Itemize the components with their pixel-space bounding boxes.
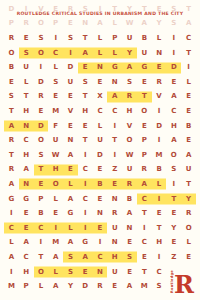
word-search-cell: S bbox=[152, 279, 167, 294]
grid-letter: I bbox=[173, 181, 176, 188]
word-search-cell: E bbox=[19, 206, 34, 221]
word-search-cell: U bbox=[122, 31, 137, 46]
grid-letter: L bbox=[24, 79, 28, 86]
grid-letter: E bbox=[171, 239, 176, 246]
grid-letter: E bbox=[98, 79, 103, 86]
grid-letter: E bbox=[24, 225, 29, 232]
word-search-cell: V bbox=[152, 90, 167, 105]
grid-letter: B bbox=[127, 196, 132, 203]
word-search-cell: B bbox=[34, 206, 49, 221]
word-search-cell: B bbox=[122, 192, 137, 207]
grid-letter: R bbox=[127, 93, 132, 100]
grid-letter: G bbox=[82, 239, 88, 246]
grid-letter: E bbox=[142, 254, 147, 261]
grid-letter: L bbox=[157, 35, 161, 42]
grid-letter: I bbox=[84, 152, 87, 159]
grid-letter: A bbox=[9, 254, 14, 261]
grid-letter: T bbox=[24, 93, 29, 100]
grid-letter: P bbox=[53, 20, 58, 27]
grid-letter: D bbox=[171, 64, 177, 71]
grid-letter: I bbox=[10, 269, 13, 276]
grid-letter: A bbox=[23, 166, 28, 173]
word-search-cell: L bbox=[34, 279, 49, 294]
grid-letter: E bbox=[98, 166, 103, 173]
word-search-cell: I bbox=[34, 236, 49, 251]
word-search-cell: E bbox=[152, 60, 167, 75]
word-search-cell: W bbox=[48, 148, 63, 163]
grid-letter: L bbox=[53, 196, 57, 203]
word-search-cell: I bbox=[78, 206, 93, 221]
grid-letter: I bbox=[84, 181, 87, 188]
word-search-cell: T bbox=[4, 104, 19, 119]
grid-letter: M bbox=[52, 108, 59, 115]
grid-letter: A bbox=[142, 181, 147, 188]
word-search-cell: G bbox=[4, 192, 19, 207]
grid-letter: O bbox=[53, 181, 59, 188]
word-search-cell: N bbox=[152, 46, 167, 61]
word-search-cell: H bbox=[19, 104, 34, 119]
word-search-cell: E bbox=[181, 90, 196, 105]
word-search-cell: C bbox=[152, 265, 167, 280]
word-search-cell: S bbox=[4, 90, 19, 105]
grid-letter: E bbox=[186, 137, 191, 144]
word-search-cell: I bbox=[107, 119, 122, 134]
grid-letter: A bbox=[83, 254, 88, 261]
grid-letter: B bbox=[186, 123, 191, 130]
word-search-cell: R bbox=[107, 206, 122, 221]
word-search-cell: S bbox=[34, 148, 49, 163]
grid-letter: P bbox=[38, 196, 43, 203]
grid-letter: I bbox=[40, 239, 43, 246]
word-search-cell: T bbox=[181, 46, 196, 61]
word-search-cell: E bbox=[122, 265, 137, 280]
grid-letter: Z bbox=[112, 166, 117, 173]
word-search-cell: N bbox=[107, 75, 122, 90]
grid-letter: G bbox=[9, 196, 15, 203]
word-search-cell: N bbox=[93, 206, 108, 221]
grid-letter: E bbox=[68, 166, 73, 173]
word-search-cell: E bbox=[63, 119, 78, 134]
word-search-cell: H bbox=[122, 104, 137, 119]
grid-letter: E bbox=[24, 35, 29, 42]
word-search-cell: L bbox=[152, 177, 167, 192]
grid-letter: S bbox=[157, 283, 162, 290]
word-search-cell: C bbox=[19, 133, 34, 148]
word-search-cell: I bbox=[63, 46, 78, 61]
word-search-cell: E bbox=[93, 192, 108, 207]
word-search-cell: E bbox=[152, 206, 167, 221]
word-search-cell: O bbox=[181, 221, 196, 236]
grid-letter: A bbox=[9, 123, 14, 130]
word-search-cell: E bbox=[93, 75, 108, 90]
word-search-cell: A bbox=[181, 17, 196, 32]
word-search-cell: E bbox=[48, 90, 63, 105]
word-search-cell: M bbox=[48, 104, 63, 119]
word-search-cell: C bbox=[4, 221, 19, 236]
grid-letter: N bbox=[127, 225, 133, 232]
word-search-cell: L bbox=[63, 221, 78, 236]
word-search-cell: E bbox=[63, 90, 78, 105]
word-search-cell: E bbox=[78, 119, 93, 134]
grid-letter: C bbox=[53, 50, 58, 57]
grid-letter: R bbox=[23, 20, 28, 27]
grid-letter: E bbox=[171, 79, 176, 86]
word-search-cell: A bbox=[107, 90, 122, 105]
word-search-cell: I bbox=[166, 31, 181, 46]
grid-letter: H bbox=[23, 108, 29, 115]
grid-letter: C bbox=[9, 225, 14, 232]
word-search-cell: O bbox=[122, 133, 137, 148]
word-search-cell: C bbox=[93, 104, 108, 119]
word-search-cell: H bbox=[48, 163, 63, 178]
grid-letter: C bbox=[24, 137, 29, 144]
grid-letter: E bbox=[98, 225, 103, 232]
grid-letter: I bbox=[143, 225, 146, 232]
word-search-cell: A bbox=[166, 90, 181, 105]
grid-letter: I bbox=[173, 50, 176, 57]
grid-letter: C bbox=[83, 166, 88, 173]
word-search-cell: E bbox=[181, 104, 196, 119]
word-search-cell: O bbox=[34, 265, 49, 280]
word-search-cell: A bbox=[4, 177, 19, 192]
word-search-cell: I bbox=[4, 206, 19, 221]
grid-letter: G bbox=[141, 64, 147, 71]
grid-letter: E bbox=[186, 108, 191, 115]
word-search-cell: Y bbox=[63, 279, 78, 294]
grid-letter: C bbox=[171, 108, 176, 115]
grid-letter: A bbox=[68, 196, 73, 203]
grid-letter: S bbox=[171, 166, 176, 173]
grid-letter: C bbox=[97, 254, 102, 261]
word-search-cell: C bbox=[181, 31, 196, 46]
grid-letter: S bbox=[83, 79, 88, 86]
word-search-cell: S bbox=[78, 75, 93, 90]
grid-letter: S bbox=[9, 93, 14, 100]
grid-letter: O bbox=[38, 20, 44, 27]
word-search-cell: S bbox=[122, 75, 137, 90]
grid-letter: T bbox=[142, 269, 147, 276]
word-search-cell: N bbox=[122, 221, 137, 236]
word-search-cell: R bbox=[19, 17, 34, 32]
word-search-cell: L bbox=[93, 31, 108, 46]
word-search-cell: Z bbox=[107, 163, 122, 178]
grid-letter: R bbox=[127, 181, 132, 188]
grid-letter: E bbox=[127, 239, 132, 246]
grid-letter: T bbox=[83, 93, 88, 100]
grid-letter: T bbox=[39, 166, 44, 173]
word-search-cell: I bbox=[48, 31, 63, 46]
word-search-cell: D bbox=[152, 119, 167, 134]
word-search-cell: E bbox=[107, 279, 122, 294]
grid-letter: C bbox=[157, 269, 162, 276]
grid-letter: A bbox=[9, 181, 14, 188]
grid-letter: S bbox=[171, 20, 176, 27]
grid-letter: I bbox=[158, 108, 161, 115]
grid-letter: Y bbox=[127, 50, 132, 57]
word-search-cell: H bbox=[166, 119, 181, 134]
grid-letter: E bbox=[83, 64, 88, 71]
grid-letter: U bbox=[97, 137, 103, 144]
word-search-cell: A bbox=[93, 17, 108, 32]
grid-letter: S bbox=[24, 50, 29, 57]
word-search-cell: G bbox=[63, 206, 78, 221]
word-search-cell: G bbox=[19, 192, 34, 207]
grid-letter: P bbox=[142, 152, 147, 159]
grid-letter: S bbox=[68, 254, 73, 261]
word-search-cell: A bbox=[181, 148, 196, 163]
word-search-cell: M bbox=[4, 279, 19, 294]
word-search-cell: E bbox=[4, 75, 19, 90]
grid-letter: G bbox=[23, 196, 29, 203]
word-search-cell: W bbox=[122, 148, 137, 163]
word-search-cell: N bbox=[63, 133, 78, 148]
routledge-logo: Routledge R bbox=[168, 269, 195, 296]
word-search-cell: T bbox=[166, 192, 181, 207]
grid-letter: G bbox=[112, 64, 118, 71]
grid-letter: N bbox=[23, 181, 29, 188]
grid-letter: P bbox=[9, 20, 14, 27]
grid-letter: N bbox=[97, 269, 103, 276]
grid-letter: E bbox=[157, 64, 162, 71]
grid-letter: S bbox=[68, 269, 73, 276]
word-search-cell: N bbox=[107, 192, 122, 207]
grid-letter: S bbox=[68, 35, 73, 42]
grid-letter: T bbox=[186, 181, 191, 188]
grid-letter: O bbox=[38, 50, 44, 57]
word-search-cell: I bbox=[78, 148, 93, 163]
word-search-cell: E bbox=[181, 133, 196, 148]
grid-letter: O bbox=[8, 50, 14, 57]
word-search-cell: Y bbox=[181, 192, 196, 207]
grid-letter: A bbox=[112, 93, 117, 100]
grid-letter: U bbox=[68, 79, 74, 86]
grid-letter: U bbox=[141, 50, 147, 57]
word-search-cell: F bbox=[48, 119, 63, 134]
grid-letter: U bbox=[127, 35, 133, 42]
word-search-cell: E bbox=[78, 265, 93, 280]
grid-letter: A bbox=[53, 283, 58, 290]
word-search-cell: G bbox=[78, 236, 93, 251]
word-search-cell: U bbox=[48, 133, 63, 148]
grid-letter: M bbox=[8, 283, 15, 290]
grid-letter: B bbox=[9, 64, 14, 71]
grid-letter: H bbox=[23, 152, 29, 159]
word-search-cell: H bbox=[78, 104, 93, 119]
word-search-cell: Y bbox=[166, 221, 181, 236]
word-search-cell: S bbox=[19, 46, 34, 61]
word-search-cell: L bbox=[48, 265, 63, 280]
routledge-logo-text: Routledge bbox=[170, 270, 174, 293]
grid-letter: S bbox=[53, 79, 58, 86]
word-search-cell: P bbox=[34, 192, 49, 207]
grid-letter: L bbox=[68, 181, 72, 188]
word-search-cell: H bbox=[107, 250, 122, 265]
word-search-cell: H bbox=[19, 265, 34, 280]
grid-letter: L bbox=[186, 79, 190, 86]
grid-letter: A bbox=[142, 20, 147, 27]
grid-letter: T bbox=[186, 50, 191, 57]
word-search-cell: S bbox=[63, 31, 78, 46]
word-search-cell: R bbox=[4, 163, 19, 178]
word-search-cell: A bbox=[78, 46, 93, 61]
word-search-cell: I bbox=[78, 177, 93, 192]
word-search-cell: R bbox=[122, 90, 137, 105]
word-search-cell: R bbox=[34, 90, 49, 105]
word-search-cell: I bbox=[152, 104, 167, 119]
grid-letter: I bbox=[40, 64, 43, 71]
grid-letter: E bbox=[83, 123, 88, 130]
grid-letter: V bbox=[156, 93, 161, 100]
word-search-cell: L bbox=[19, 75, 34, 90]
word-search-cell: U bbox=[107, 265, 122, 280]
grid-letter: I bbox=[158, 137, 161, 144]
word-search-cell: B bbox=[137, 31, 152, 46]
word-search-cell: A bbox=[78, 250, 93, 265]
grid-letter: P bbox=[24, 283, 29, 290]
grid-letter: N bbox=[156, 50, 162, 57]
word-search-grid: DIVERSITYTESTPROPENALWAYSARESISTLPUBLICO… bbox=[4, 2, 196, 294]
word-search-cell: U bbox=[93, 133, 108, 148]
grid-letter: I bbox=[187, 64, 190, 71]
grid-letter: S bbox=[38, 152, 43, 159]
word-search-cell: M bbox=[152, 148, 167, 163]
word-search-cell: V bbox=[122, 119, 137, 134]
grid-letter: P bbox=[112, 35, 117, 42]
grid-letter: T bbox=[83, 137, 88, 144]
grid-letter: A bbox=[23, 239, 28, 246]
word-search-cell: L bbox=[93, 119, 108, 134]
word-search-cell: U bbox=[63, 75, 78, 90]
word-search-cell: C bbox=[107, 104, 122, 119]
word-search-cell: N bbox=[19, 119, 34, 134]
word-search-cell: C bbox=[137, 236, 152, 251]
grid-letter: R bbox=[9, 166, 14, 173]
grid-letter: I bbox=[54, 35, 57, 42]
grid-letter: E bbox=[24, 210, 29, 217]
word-search-cell: T bbox=[137, 90, 152, 105]
grid-letter: C bbox=[112, 108, 117, 115]
grid-letter: A bbox=[68, 239, 73, 246]
grid-letter: H bbox=[82, 108, 88, 115]
word-search-cell: A bbox=[137, 177, 152, 192]
word-search-cell: C bbox=[78, 192, 93, 207]
word-search-cell: E bbox=[181, 250, 196, 265]
grid-letter: U bbox=[127, 166, 133, 173]
word-search-cell: P bbox=[107, 31, 122, 46]
word-search-cell: C bbox=[34, 221, 49, 236]
grid-letter: L bbox=[98, 123, 102, 130]
word-search-cell: V bbox=[63, 104, 78, 119]
word-search-cell: N bbox=[93, 60, 108, 75]
word-search-cell: T bbox=[137, 265, 152, 280]
word-search-cell: T bbox=[34, 250, 49, 265]
word-search-cell: I bbox=[137, 221, 152, 236]
word-search-cell: S bbox=[166, 163, 181, 178]
word-search-cell: R bbox=[181, 206, 196, 221]
word-search-cell: L bbox=[93, 46, 108, 61]
word-search-cell: T bbox=[4, 148, 19, 163]
word-search-cell: A bbox=[19, 236, 34, 251]
grid-letter: U bbox=[112, 269, 118, 276]
word-search-cell: L bbox=[107, 46, 122, 61]
grid-letter: B bbox=[156, 166, 161, 173]
grid-letter: O bbox=[186, 225, 192, 232]
word-search-cell: E bbox=[78, 60, 93, 75]
word-search-cell: R bbox=[93, 279, 108, 294]
word-search-cell: O bbox=[137, 104, 152, 119]
grid-letter: A bbox=[53, 254, 58, 261]
grid-letter: N bbox=[68, 137, 74, 144]
word-search-cell: L bbox=[181, 75, 196, 90]
word-search-cell: W bbox=[122, 17, 137, 32]
word-search-cell: E bbox=[48, 206, 63, 221]
word-search-cell: L bbox=[152, 31, 167, 46]
word-search-cell: G bbox=[107, 60, 122, 75]
grid-letter: T bbox=[39, 254, 44, 261]
grid-letter: D bbox=[82, 283, 88, 290]
grid-letter: I bbox=[158, 196, 161, 203]
grid-letter: E bbox=[127, 269, 132, 276]
grid-letter: E bbox=[98, 196, 103, 203]
word-search-cell: R bbox=[152, 75, 167, 90]
grid-letter: L bbox=[53, 269, 57, 276]
grid-letter: R bbox=[142, 166, 147, 173]
word-search-cell: N bbox=[107, 236, 122, 251]
word-search-cell: S bbox=[166, 17, 181, 32]
grid-letter: E bbox=[68, 123, 73, 130]
grid-letter: W bbox=[126, 20, 134, 27]
grid-letter: C bbox=[97, 108, 102, 115]
word-search-cell: T bbox=[107, 133, 122, 148]
word-search-cell: I bbox=[166, 177, 181, 192]
word-search-cell: L bbox=[63, 177, 78, 192]
grid-letter: E bbox=[68, 93, 73, 100]
grid-letter: C bbox=[142, 196, 147, 203]
grid-letter: Y bbox=[171, 225, 176, 232]
grid-letter: R bbox=[97, 283, 102, 290]
grid-letter: E bbox=[142, 79, 147, 86]
word-search-cell: A bbox=[63, 236, 78, 251]
grid-letter: N bbox=[23, 123, 29, 130]
grid-letter: Y bbox=[68, 283, 73, 290]
word-search-cell: T bbox=[78, 31, 93, 46]
word-search-cell: S bbox=[48, 75, 63, 90]
word-search-cell: R bbox=[4, 133, 19, 148]
word-search-cell: C bbox=[93, 250, 108, 265]
grid-letter: N bbox=[112, 239, 118, 246]
word-search-cell: E bbox=[166, 75, 181, 90]
word-search-cell: S bbox=[122, 250, 137, 265]
word-search-cell: I bbox=[152, 192, 167, 207]
grid-letter: E bbox=[39, 181, 44, 188]
word-search-cell: E bbox=[137, 119, 152, 134]
word-search-cell: Z bbox=[166, 250, 181, 265]
grid-letter: C bbox=[142, 239, 147, 246]
grid-letter: D bbox=[156, 123, 162, 130]
word-search-cell: I bbox=[181, 60, 196, 75]
word-search-cell: T bbox=[34, 163, 49, 178]
word-search-cell: O bbox=[166, 148, 181, 163]
grid-letter: I bbox=[84, 225, 87, 232]
word-search-cell: N bbox=[93, 265, 108, 280]
grid-letter: Y bbox=[157, 20, 162, 27]
grid-letter: R bbox=[156, 79, 161, 86]
grid-letter: I bbox=[113, 152, 116, 159]
grid-letter: I bbox=[158, 254, 161, 261]
grid-letter: V bbox=[127, 123, 132, 130]
grid-letter: A bbox=[68, 152, 73, 159]
grid-letter: D bbox=[38, 123, 44, 130]
